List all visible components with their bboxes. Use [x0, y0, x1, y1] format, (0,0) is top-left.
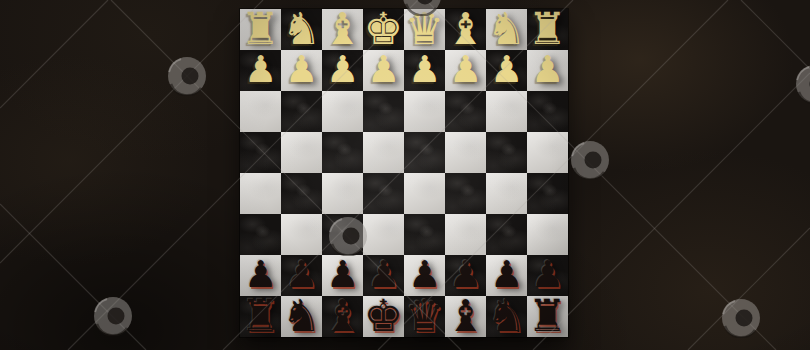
stock-photo-chess-scene: ♜♞♝♚♛♝♞♜♟♟♟♟♟♟♟♟♟♟♟♟♟♟♟♟♜♞♝♚♛♝♞♜: [0, 0, 810, 350]
vignette-overlay: [0, 0, 810, 350]
